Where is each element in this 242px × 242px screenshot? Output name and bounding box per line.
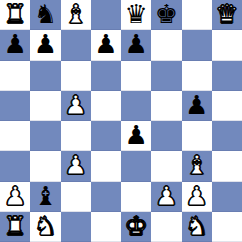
square-b6[interactable] <box>30 61 60 91</box>
piece-white-queen[interactable]: ♛ <box>215 1 238 27</box>
square-h3[interactable] <box>212 151 242 181</box>
square-a2[interactable]: ♟ <box>0 182 30 212</box>
square-c4[interactable] <box>61 121 91 151</box>
square-h8[interactable]: ♛ <box>212 0 242 30</box>
square-d5[interactable] <box>91 91 121 121</box>
square-e5[interactable] <box>121 91 151 121</box>
square-c5[interactable]: ♟ <box>61 91 91 121</box>
piece-black-pawn[interactable]: ♟ <box>34 31 57 57</box>
square-a1[interactable]: ♜ <box>0 212 30 242</box>
square-h7[interactable] <box>212 30 242 60</box>
square-f7[interactable] <box>151 30 181 60</box>
square-g6[interactable] <box>182 61 212 91</box>
square-f5[interactable] <box>151 91 181 121</box>
square-g1[interactable]: ♞ <box>182 212 212 242</box>
piece-white-knight[interactable]: ♞ <box>34 213 57 239</box>
square-a3[interactable] <box>0 151 30 181</box>
square-g2[interactable]: ♟ <box>182 182 212 212</box>
square-h1[interactable] <box>212 212 242 242</box>
square-e2[interactable] <box>121 182 151 212</box>
square-b3[interactable] <box>30 151 60 181</box>
square-a7[interactable]: ♟ <box>0 30 30 60</box>
square-a8[interactable]: ♜ <box>0 0 30 30</box>
square-h5[interactable] <box>212 91 242 121</box>
square-e1[interactable]: ♚ <box>121 212 151 242</box>
chess-board: ♜♞♝♛♚♛♟♟♟♟♟♟♟♟♝♟♝♟♟♜♞♚♞ <box>0 0 242 242</box>
square-e4[interactable]: ♟ <box>121 121 151 151</box>
piece-black-knight[interactable]: ♞ <box>34 1 57 27</box>
piece-black-queen[interactable]: ♛ <box>124 1 147 27</box>
square-g8[interactable] <box>182 0 212 30</box>
square-d7[interactable]: ♟ <box>91 30 121 60</box>
square-d8[interactable] <box>91 0 121 30</box>
square-c3[interactable]: ♟ <box>61 151 91 181</box>
square-b5[interactable] <box>30 91 60 121</box>
square-f3[interactable] <box>151 151 181 181</box>
square-a6[interactable] <box>0 61 30 91</box>
square-e6[interactable] <box>121 61 151 91</box>
square-a5[interactable] <box>0 91 30 121</box>
square-f6[interactable] <box>151 61 181 91</box>
piece-white-rook[interactable]: ♜ <box>3 213 26 239</box>
square-c7[interactable] <box>61 30 91 60</box>
square-h2[interactable] <box>212 182 242 212</box>
square-d1[interactable] <box>91 212 121 242</box>
square-c8[interactable]: ♝ <box>61 0 91 30</box>
piece-white-bishop[interactable]: ♝ <box>64 1 87 27</box>
piece-white-king[interactable]: ♚ <box>124 213 147 239</box>
square-g3[interactable]: ♝ <box>182 151 212 181</box>
square-h6[interactable] <box>212 61 242 91</box>
square-c1[interactable] <box>61 212 91 242</box>
square-c2[interactable] <box>61 182 91 212</box>
square-b2[interactable]: ♝ <box>30 182 60 212</box>
piece-white-rook[interactable]: ♜ <box>3 1 26 27</box>
piece-white-pawn[interactable]: ♟ <box>64 152 87 178</box>
square-f4[interactable] <box>151 121 181 151</box>
square-c6[interactable] <box>61 61 91 91</box>
piece-white-pawn[interactable]: ♟ <box>3 183 26 209</box>
piece-black-pawn[interactable]: ♟ <box>124 122 147 148</box>
square-f1[interactable] <box>151 212 181 242</box>
square-d2[interactable] <box>91 182 121 212</box>
square-d6[interactable] <box>91 61 121 91</box>
square-e8[interactable]: ♛ <box>121 0 151 30</box>
square-g5[interactable]: ♟ <box>182 91 212 121</box>
square-f8[interactable]: ♚ <box>151 0 181 30</box>
square-h4[interactable] <box>212 121 242 151</box>
square-b1[interactable]: ♞ <box>30 212 60 242</box>
square-e7[interactable]: ♟ <box>121 30 151 60</box>
piece-black-pawn[interactable]: ♟ <box>3 31 26 57</box>
square-f2[interactable]: ♟ <box>151 182 181 212</box>
piece-black-pawn[interactable]: ♟ <box>94 31 117 57</box>
piece-black-pawn[interactable]: ♟ <box>124 31 147 57</box>
piece-black-bishop[interactable]: ♝ <box>34 183 57 209</box>
square-g4[interactable] <box>182 121 212 151</box>
piece-white-bishop[interactable]: ♝ <box>185 152 208 178</box>
square-e3[interactable] <box>121 151 151 181</box>
square-b8[interactable]: ♞ <box>30 0 60 30</box>
piece-white-pawn[interactable]: ♟ <box>185 183 208 209</box>
square-a4[interactable] <box>0 121 30 151</box>
square-b7[interactable]: ♟ <box>30 30 60 60</box>
piece-black-pawn[interactable]: ♟ <box>185 92 208 118</box>
square-b4[interactable] <box>30 121 60 151</box>
square-d3[interactable] <box>91 151 121 181</box>
piece-white-pawn[interactable]: ♟ <box>155 183 178 209</box>
piece-white-knight[interactable]: ♞ <box>185 213 208 239</box>
piece-white-pawn[interactable]: ♟ <box>64 92 87 118</box>
square-d4[interactable] <box>91 121 121 151</box>
square-g7[interactable] <box>182 30 212 60</box>
piece-black-king[interactable]: ♚ <box>155 1 178 27</box>
